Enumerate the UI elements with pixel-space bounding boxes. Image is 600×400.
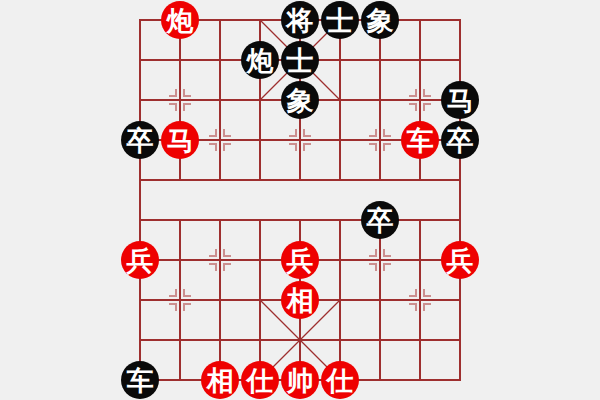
piece-red-advisor[interactable]: 仕	[321, 361, 359, 399]
piece-black-cannon[interactable]: 炮	[241, 41, 279, 79]
piece-red-horse[interactable]: 马	[161, 121, 199, 159]
piece-red-cannon[interactable]: 炮	[161, 1, 199, 39]
piece-black-soldier[interactable]: 卒	[121, 121, 159, 159]
piece-black-soldier[interactable]: 卒	[441, 121, 479, 159]
piece-red-elephant[interactable]: 相	[281, 281, 319, 319]
piece-black-horse[interactable]: 马	[441, 81, 479, 119]
piece-red-chariot[interactable]: 车	[401, 121, 439, 159]
piece-red-soldier[interactable]: 兵	[121, 241, 159, 279]
piece-black-chariot[interactable]: 车	[121, 361, 159, 399]
piece-black-elephant[interactable]: 象	[361, 1, 399, 39]
piece-black-advisor[interactable]: 士	[281, 41, 319, 79]
piece-red-soldier[interactable]: 兵	[441, 241, 479, 279]
piece-black-elephant[interactable]: 象	[281, 81, 319, 119]
piece-red-soldier[interactable]: 兵	[281, 241, 319, 279]
piece-black-general[interactable]: 将	[281, 1, 319, 39]
piece-red-general[interactable]: 帅	[281, 361, 319, 399]
xiangqi-board[interactable]: 炮将士象炮士象马卒马车卒卒兵兵兵相车相仕帅仕	[120, 0, 480, 400]
piece-black-advisor[interactable]: 士	[321, 1, 359, 39]
piece-red-advisor[interactable]: 仕	[241, 361, 279, 399]
piece-black-soldier[interactable]: 卒	[361, 201, 399, 239]
xiangqi-app: 炮将士象炮士象马卒马车卒卒兵兵兵相车相仕帅仕	[0, 0, 600, 400]
piece-red-elephant[interactable]: 相	[201, 361, 239, 399]
